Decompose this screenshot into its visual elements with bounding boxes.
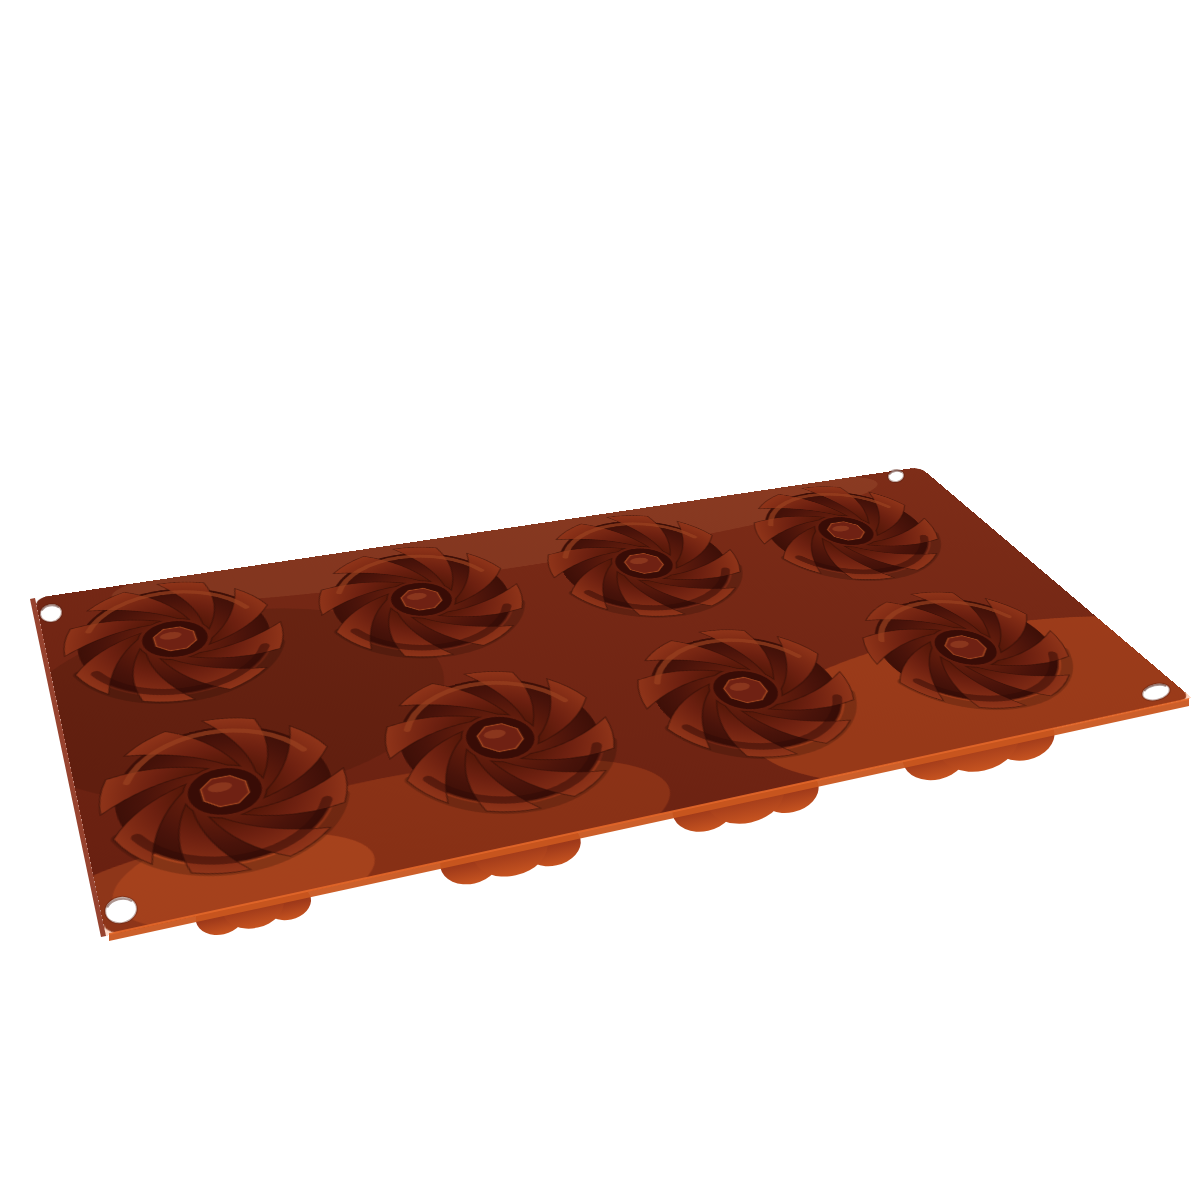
product-photo (0, 0, 1200, 1200)
corner-hole (1141, 681, 1172, 703)
corner-hole (887, 469, 905, 484)
front-edge-hot-line (109, 698, 1189, 935)
corner-hole (102, 894, 139, 927)
left-edge-face (30, 598, 106, 937)
mold-edge-layer (0, 0, 1200, 1200)
corner-hole (39, 602, 64, 624)
mold-edge-svg (0, 0, 1200, 1200)
front-edge-highlight (109, 699, 1189, 941)
